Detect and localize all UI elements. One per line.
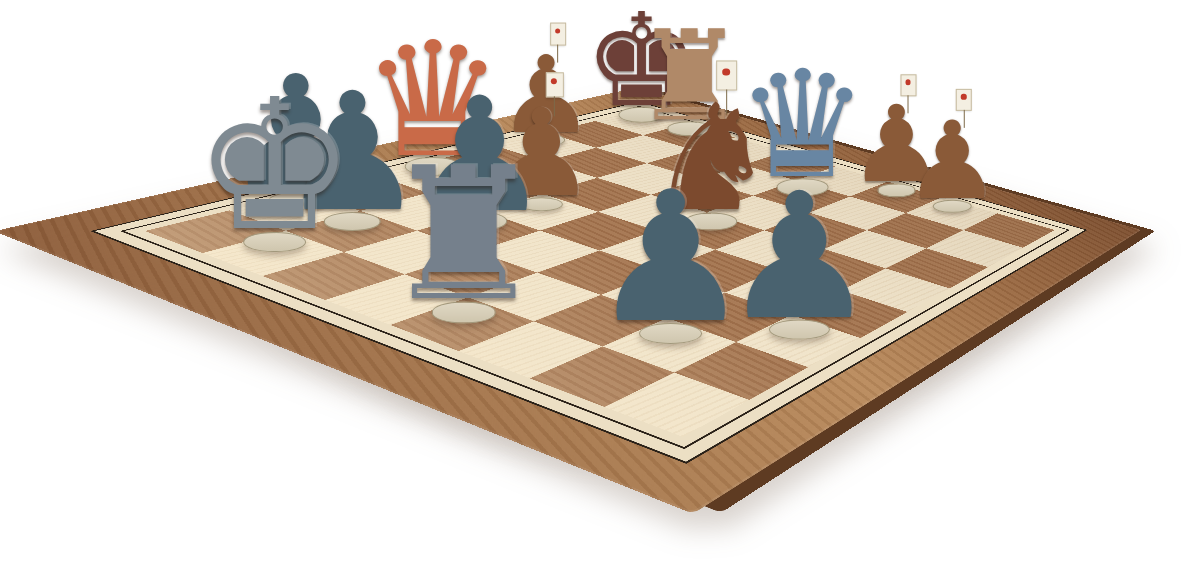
piece-black-king-a7[interactable]: ♚ (194, 93, 356, 253)
piece-base (639, 323, 702, 344)
piece-white-pawn-h2[interactable]: ♟ (904, 117, 1000, 213)
piece-base (933, 200, 972, 213)
sashimono-banner-icon (900, 74, 916, 96)
rook-glyph: ♜ (381, 161, 545, 311)
sashimono-banner-icon (550, 23, 566, 45)
product-photo-scene: ♚♛♜♟♟♞♟♟♚♛♜♟♟♟♟♟ (0, 0, 1200, 567)
pawn-glyph: ♟ (590, 184, 752, 332)
pawn-glyph: ♟ (904, 117, 1000, 205)
king-glyph: ♚ (194, 93, 356, 241)
piece-black-pawn-b2[interactable]: ♟ (590, 184, 752, 344)
sashimono-banner-icon (956, 89, 972, 111)
piece-base (243, 232, 306, 253)
pieces-layer: ♚♛♜♟♟♞♟♟♚♛♜♟♟♟♟♟ (0, 0, 1200, 567)
piece-black-rook-a4[interactable]: ♜ (381, 161, 545, 324)
piece-base (431, 302, 495, 323)
